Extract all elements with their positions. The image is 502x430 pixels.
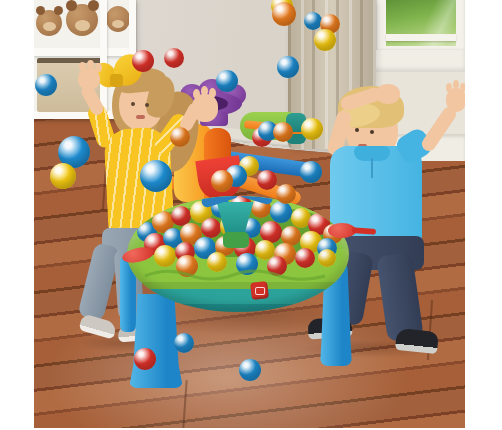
floor-balls — [34, 0, 465, 428]
photo-area — [34, 0, 465, 428]
red-ball — [134, 348, 156, 370]
blue-ball — [174, 333, 194, 353]
photo-canvas — [0, 0, 502, 430]
blue-ball — [239, 359, 261, 381]
